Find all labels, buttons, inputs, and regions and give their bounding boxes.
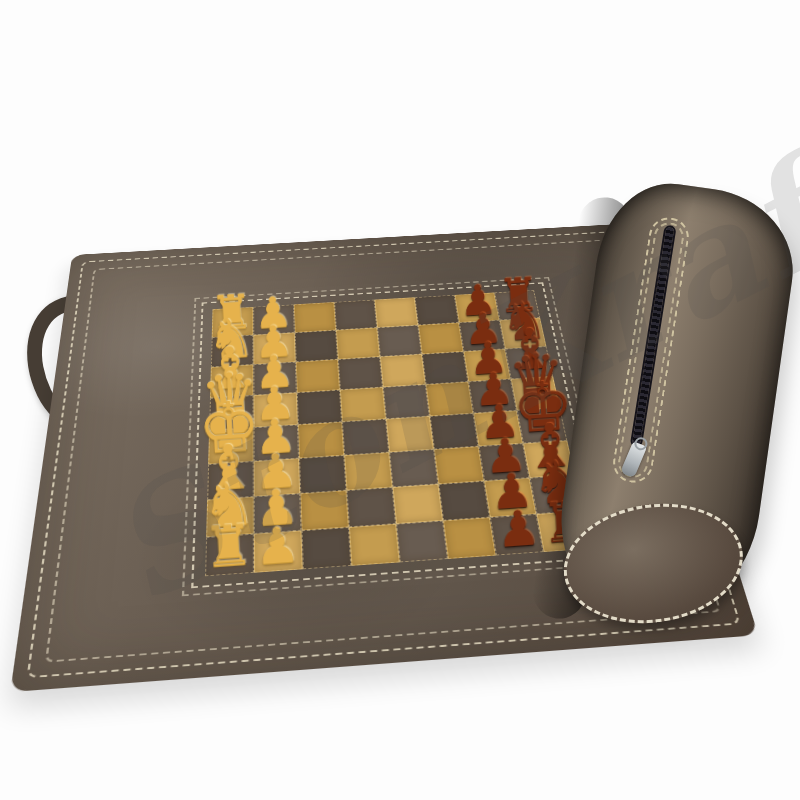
zipper-pocket[interactable] — [610, 215, 691, 486]
chess-piece-wP[interactable]: ♟ — [254, 521, 301, 570]
board-square[interactable] — [294, 302, 336, 332]
board-square[interactable] — [438, 481, 489, 521]
board-square[interactable] — [396, 521, 448, 563]
product-photo: ♜♟♟♜♞♟♟♞♝♟♟♝♛♟♟♛♚♟♟♚♝♟♟♝♞♟♟♞♜♟♟♜ StonKra… — [0, 0, 800, 800]
board-square[interactable] — [377, 325, 422, 357]
board-square[interactable] — [346, 487, 396, 527]
board-square[interactable] — [415, 295, 459, 325]
board-square[interactable] — [349, 524, 400, 566]
board-square[interactable] — [295, 330, 338, 362]
chess-piece-wR[interactable]: ♜ — [202, 519, 255, 573]
board-square[interactable] — [296, 359, 340, 392]
board-square[interactable] — [338, 357, 383, 390]
board-square[interactable] — [297, 390, 342, 425]
board-square[interactable]: ♟ — [254, 530, 303, 572]
board-square[interactable] — [374, 297, 418, 327]
board-square[interactable] — [301, 527, 351, 569]
board-square[interactable] — [336, 328, 380, 360]
board-square[interactable]: ♜ — [205, 534, 254, 577]
board-square[interactable] — [434, 446, 484, 484]
board-square[interactable] — [430, 413, 479, 449]
board-square[interactable] — [422, 352, 468, 385]
board-square[interactable] — [299, 455, 346, 493]
chess-piece-bP[interactable]: ♟ — [495, 504, 541, 552]
chess-board: ♜♟♟♜♞♟♟♞♝♟♟♝♛♟♟♛♚♟♟♚♝♟♟♝♞♟♟♞♜♟♟♜ — [205, 290, 591, 576]
board-square[interactable] — [342, 419, 389, 455]
board-square[interactable] — [380, 354, 426, 387]
board-square[interactable] — [383, 384, 430, 419]
board-square[interactable] — [443, 517, 496, 559]
board-square[interactable] — [344, 452, 392, 490]
board-square[interactable] — [418, 323, 463, 354]
board-square[interactable] — [298, 422, 344, 458]
board-square[interactable] — [389, 449, 438, 487]
board-square[interactable] — [386, 416, 434, 452]
board-square[interactable] — [426, 382, 474, 416]
board-square[interactable] — [334, 300, 377, 330]
board-square[interactable] — [393, 484, 444, 524]
board-square[interactable] — [340, 387, 386, 422]
board-square[interactable] — [300, 490, 349, 530]
board-square[interactable]: ♟ — [490, 514, 544, 555]
